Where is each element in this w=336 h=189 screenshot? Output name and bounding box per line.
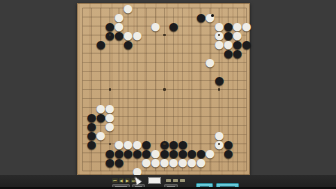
stone-white: ● [105,122,114,131]
stone-black: ● [87,131,96,140]
stone-black: ● [96,113,105,122]
nav-button-1[interactable]: ◀ [119,178,124,183]
stone-black: ● [196,149,205,158]
stone-white: ● [242,22,251,31]
last-move-marker [211,14,214,17]
stone-black: ● [114,149,123,158]
stone-black: ● [169,140,178,149]
stone-white: ● [96,131,105,140]
app-window: ●●●●●●●●●●●●●●●●●●●●●●●●●●●●●●●●●●●●●●●●… [0,0,336,189]
star-point [163,88,165,90]
stone-white: ● [160,158,169,167]
stone-white: ● [233,22,242,31]
stone-white: ● [114,13,123,22]
stone-white: ● [215,22,224,31]
stone-black: ● [105,149,114,158]
stone-black: ● [233,49,242,58]
stone-black: ● [178,140,187,149]
stone-black: ● [114,31,123,40]
stone-black: ● [124,40,133,49]
stone-white: ● [142,158,151,167]
stone-white: ● [233,31,242,40]
stone-white: ● [196,158,205,167]
stone-white: ● [206,13,215,22]
stone-white: ● [105,104,114,113]
stone-black: ● [196,13,205,22]
stone-black: ● [124,149,133,158]
stone-white: ● [133,31,142,40]
stone-black: ● [105,158,114,167]
nav-button-0[interactable]: ⏮ [112,178,118,183]
stone-white: ● [124,31,133,40]
stone-white: ● [151,22,160,31]
stone-black: ● [224,22,233,31]
stone-white: ● [105,113,114,122]
stone-white: ● [124,140,133,149]
stone-white: ● [206,58,215,67]
stone-white: ● [151,158,160,167]
stone-white: ● [96,104,105,113]
stone-black: ● [142,149,151,158]
stone-black: ● [224,49,233,58]
stone-white: ● [114,22,123,31]
stone-white: ● [215,131,224,140]
stone-white: ● [169,158,178,167]
stone-black: ● [169,149,178,158]
stone-black: ● [215,76,224,85]
stone-black: ● [87,122,96,131]
stone-black: ● [169,22,178,31]
star-point [109,143,111,145]
stone-black: ● [96,40,105,49]
stone-white: ● [187,158,196,167]
status-mark-2 [180,179,185,182]
star-point [109,88,111,90]
stone-white: ● [215,40,224,49]
move-number-input[interactable] [148,177,161,184]
stone-white: ● [151,149,160,158]
stone-black: ● [224,31,233,40]
stone-black: ● [87,113,96,122]
go-board[interactable]: ●●●●●●●●●●●●●●●●●●●●●●●●●●●●●●●●●●●●●●●●… [77,3,250,175]
stone-white: ● [178,158,187,167]
stone-black: ● [160,149,169,158]
stone-black: ● [133,149,142,158]
stone-black: ● [105,22,114,31]
window-bottom-edge [0,187,336,189]
stone-black: ● [178,149,187,158]
stone-black: ● [233,40,242,49]
stone-white: ● [124,4,133,13]
status-mark-1 [173,179,178,182]
stone-black: ● [242,40,251,49]
stone-white: ● [224,40,233,49]
nav-button-2[interactable]: ▶ [125,178,130,183]
stone-black: ● [87,140,96,149]
status-marks [166,179,185,182]
stone-white: ● [114,140,123,149]
status-mark-0 [166,179,171,182]
stone-black: ● [224,140,233,149]
stone-black: ● [142,140,151,149]
stone-black: ● [114,158,123,167]
star-point [163,143,165,145]
stone-black: ● [187,149,196,158]
stone-white: ● [206,149,215,158]
stone-black: ● [224,149,233,158]
stone-white: ● [133,140,142,149]
